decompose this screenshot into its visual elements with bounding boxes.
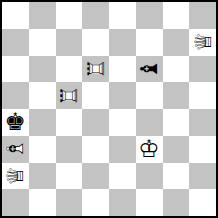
square-h7[interactable]: ♛♕ (189, 29, 216, 56)
square-g3[interactable] (163, 136, 190, 163)
square-e4[interactable] (109, 109, 136, 136)
square-b1[interactable] (29, 189, 56, 216)
white-queen-rotated-h7[interactable]: ♛♕ (190, 29, 216, 55)
square-f3[interactable]: ♚♔ (136, 136, 163, 163)
rook-glyph-outline: ♖ (83, 56, 109, 82)
square-e5[interactable] (109, 82, 136, 109)
square-b7[interactable] (29, 29, 56, 56)
square-f5[interactable] (136, 82, 163, 109)
square-g4[interactable] (163, 109, 190, 136)
square-a7[interactable] (2, 29, 29, 56)
square-a1[interactable] (2, 189, 29, 216)
chess-board: ♛♕♜♖♝♜♖♚♝♗♚♔♛♕ (0, 0, 218, 218)
square-f6[interactable]: ♝ (136, 56, 163, 83)
square-c6[interactable] (56, 56, 83, 83)
square-g7[interactable] (163, 29, 190, 56)
square-a4[interactable]: ♚ (2, 109, 29, 136)
square-a2[interactable]: ♛♕ (2, 163, 29, 190)
square-d8[interactable] (82, 2, 109, 29)
square-a8[interactable] (2, 2, 29, 29)
square-h5[interactable] (189, 82, 216, 109)
bishop-glyph-outline: ♗ (2, 136, 28, 162)
square-c2[interactable] (56, 163, 83, 190)
white-queen-rotated-a2[interactable]: ♛♕ (2, 163, 28, 189)
king-glyph-outline: ♔ (136, 136, 162, 162)
black-king-a4[interactable]: ♚ (2, 109, 28, 135)
square-d2[interactable] (82, 163, 109, 190)
square-f8[interactable] (136, 2, 163, 29)
white-bishop-rotated-a3[interactable]: ♝♗ (2, 136, 28, 162)
queen-glyph-outline: ♕ (2, 163, 28, 189)
square-b3[interactable] (29, 136, 56, 163)
square-g5[interactable] (163, 82, 190, 109)
square-g1[interactable] (163, 189, 190, 216)
square-a5[interactable] (2, 82, 29, 109)
square-h2[interactable] (189, 163, 216, 190)
white-rook-rotated-d6[interactable]: ♜♖ (83, 56, 109, 82)
square-h4[interactable] (189, 109, 216, 136)
square-d5[interactable] (82, 82, 109, 109)
square-e8[interactable] (109, 2, 136, 29)
square-h1[interactable] (189, 189, 216, 216)
square-h8[interactable] (189, 2, 216, 29)
square-c1[interactable] (56, 189, 83, 216)
square-b4[interactable] (29, 109, 56, 136)
bishop-glyph-fill: ♝ (136, 56, 162, 82)
queen-glyph-outline: ♕ (190, 29, 216, 55)
square-b8[interactable] (29, 2, 56, 29)
square-h3[interactable] (189, 136, 216, 163)
square-g6[interactable] (163, 56, 190, 83)
square-d4[interactable] (82, 109, 109, 136)
square-g2[interactable] (163, 163, 190, 190)
square-e6[interactable] (109, 56, 136, 83)
square-e1[interactable] (109, 189, 136, 216)
white-king-f3[interactable]: ♚♔ (136, 136, 162, 162)
square-g8[interactable] (163, 2, 190, 29)
square-d6[interactable]: ♜♖ (82, 56, 109, 83)
square-f7[interactable] (136, 29, 163, 56)
square-c8[interactable] (56, 2, 83, 29)
square-c5[interactable]: ♜♖ (56, 82, 83, 109)
rook-glyph-outline: ♖ (56, 83, 82, 109)
square-d3[interactable] (82, 136, 109, 163)
square-f1[interactable] (136, 189, 163, 216)
white-rook-rotated-c5[interactable]: ♜♖ (56, 83, 82, 109)
square-d7[interactable] (82, 29, 109, 56)
square-e7[interactable] (109, 29, 136, 56)
square-c4[interactable] (56, 109, 83, 136)
square-b2[interactable] (29, 163, 56, 190)
square-f2[interactable] (136, 163, 163, 190)
square-c7[interactable] (56, 29, 83, 56)
square-f4[interactable] (136, 109, 163, 136)
square-c3[interactable] (56, 136, 83, 163)
square-a6[interactable] (2, 56, 29, 83)
square-h6[interactable] (189, 56, 216, 83)
square-b5[interactable] (29, 82, 56, 109)
square-e3[interactable] (109, 136, 136, 163)
square-a3[interactable]: ♝♗ (2, 136, 29, 163)
square-d1[interactable] (82, 189, 109, 216)
square-b6[interactable] (29, 56, 56, 83)
black-bishop-rotated-f6[interactable]: ♝ (136, 56, 162, 82)
square-e2[interactable] (109, 163, 136, 190)
king-glyph-fill: ♚ (2, 109, 28, 135)
